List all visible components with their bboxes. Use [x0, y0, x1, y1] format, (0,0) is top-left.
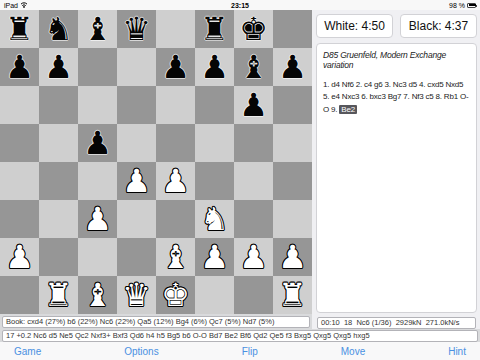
square-b8[interactable]: ♞: [39, 10, 78, 48]
black-pawn-piece: ♟: [161, 48, 190, 86]
black-rook-piece: ♜: [200, 10, 229, 48]
square-e3[interactable]: [156, 200, 195, 238]
square-c7[interactable]: [78, 48, 117, 86]
square-g5[interactable]: [234, 124, 273, 162]
white-knight-piece: ♞: [200, 200, 229, 238]
square-d5[interactable]: [117, 124, 156, 162]
square-g2[interactable]: ♟: [234, 238, 273, 276]
white-pawn-piece: ♟: [200, 238, 229, 276]
square-f3[interactable]: ♞: [195, 200, 234, 238]
square-e6[interactable]: [156, 86, 195, 124]
square-e8[interactable]: [156, 10, 195, 48]
white-pawn-piece: ♟: [5, 238, 34, 276]
square-c6[interactable]: [78, 86, 117, 124]
black-pawn-piece: ♟: [200, 48, 229, 86]
square-f7[interactable]: ♟: [195, 48, 234, 86]
white-rook-piece: ♜: [278, 276, 307, 314]
square-e7[interactable]: ♟: [156, 48, 195, 86]
square-d4[interactable]: ♟: [117, 162, 156, 200]
square-h7[interactable]: ♟: [273, 48, 312, 86]
square-a8[interactable]: ♜: [0, 10, 39, 48]
square-c5[interactable]: ♟: [78, 124, 117, 162]
toolbar-item-options[interactable]: Options: [124, 346, 158, 357]
toolbar-item-hint[interactable]: Hint: [448, 346, 466, 357]
square-b5[interactable]: [39, 124, 78, 162]
square-a2[interactable]: ♟: [0, 238, 39, 276]
square-e5[interactable]: [156, 124, 195, 162]
current-move-highlight[interactable]: Be2: [339, 105, 357, 114]
square-h1[interactable]: ♜: [273, 276, 312, 314]
square-h4[interactable]: [273, 162, 312, 200]
toolbar-item-game[interactable]: Game: [14, 346, 41, 357]
square-b1[interactable]: ♜: [39, 276, 78, 314]
black-pawn-piece: ♟: [83, 124, 112, 162]
black-bishop-piece: ♝: [83, 10, 112, 48]
toolbar-item-move[interactable]: Move: [341, 346, 365, 357]
square-a5[interactable]: [0, 124, 39, 162]
square-c4[interactable]: [78, 162, 117, 200]
white-pawn-piece: ♟: [278, 238, 307, 276]
status-bar: iPad 23:15 98 %: [0, 0, 480, 10]
square-b7[interactable]: ♟: [39, 48, 78, 86]
square-g4[interactable]: [234, 162, 273, 200]
square-d7[interactable]: [117, 48, 156, 86]
white-queen-piece: ♛: [122, 276, 151, 314]
square-d1[interactable]: ♛: [117, 276, 156, 314]
square-d6[interactable]: [117, 86, 156, 124]
square-h5[interactable]: [273, 124, 312, 162]
black-knight-piece: ♞: [44, 10, 73, 48]
white-bishop-piece: ♝: [161, 238, 190, 276]
square-c3[interactable]: ♟: [78, 200, 117, 238]
engine-stats: 00:10 18 Nc6 (1/36) 2929kN 271.0kN/s: [317, 317, 476, 329]
square-b2[interactable]: [39, 238, 78, 276]
square-b6[interactable]: [39, 86, 78, 124]
square-f2[interactable]: ♟: [195, 238, 234, 276]
square-g1[interactable]: [234, 276, 273, 314]
bottom-toolbar: GameOptionsFlipMoveHint: [0, 342, 480, 360]
black-queen-piece: ♛: [122, 10, 151, 48]
square-e2[interactable]: ♝: [156, 238, 195, 276]
chess-board[interactable]: ♜♞♝♛♜♚♟♟♟♟♝♟♟♟♟♟♟♞♟♝♟♟♟♜♝♛♚♜: [0, 10, 312, 314]
black-pawn-piece: ♟: [44, 48, 73, 86]
square-d3[interactable]: [117, 200, 156, 238]
square-f8[interactable]: ♜: [195, 10, 234, 48]
white-pawn-piece: ♟: [83, 200, 112, 238]
white-pawn-piece: ♟: [239, 238, 268, 276]
square-c2[interactable]: [78, 238, 117, 276]
white-pawn-piece: ♟: [161, 162, 190, 200]
side-panel: White: 4:50 Black: 4:37 D85 Gruenfeld, M…: [312, 10, 480, 329]
square-f4[interactable]: [195, 162, 234, 200]
square-a7[interactable]: ♟: [0, 48, 39, 86]
white-rook-piece: ♜: [44, 276, 73, 314]
move-list: 1. d4 Nf6 2. c4 g6 3. Nc3 d5 4. cxd5 Nxd…: [323, 79, 470, 116]
square-e1[interactable]: ♚: [156, 276, 195, 314]
book-moves-line: Book: cxd4 (27%) b6 (22%) Nc6 (22%) Qa5 …: [2, 316, 310, 328]
black-bishop-piece: ♝: [239, 48, 268, 86]
square-c1[interactable]: ♝: [78, 276, 117, 314]
square-g7[interactable]: ♝: [234, 48, 273, 86]
black-clock-button[interactable]: Black: 4:37: [400, 14, 477, 38]
square-h2[interactable]: ♟: [273, 238, 312, 276]
white-king-piece: ♚: [161, 276, 190, 314]
clock-time: 23:15: [0, 2, 480, 9]
square-h6[interactable]: [273, 86, 312, 124]
move-list-card: D85 Gruenfeld, Modern Exchange variation…: [316, 43, 477, 313]
square-a3[interactable]: [0, 200, 39, 238]
opening-name: D85 Gruenfeld, Modern Exchange variation: [323, 50, 470, 70]
black-pawn-piece: ♟: [5, 48, 34, 86]
black-pawn-piece: ♟: [239, 86, 268, 124]
square-a6[interactable]: [0, 86, 39, 124]
battery-icon: [467, 3, 476, 8]
square-g6[interactable]: ♟: [234, 86, 273, 124]
square-g8[interactable]: ♚: [234, 10, 273, 48]
square-a1[interactable]: [0, 276, 39, 314]
white-pawn-piece: ♟: [122, 162, 151, 200]
square-f6[interactable]: [195, 86, 234, 124]
black-pawn-piece: ♟: [278, 48, 307, 86]
square-h3[interactable]: [273, 200, 312, 238]
square-b3[interactable]: [39, 200, 78, 238]
square-d2[interactable]: [117, 238, 156, 276]
square-f1[interactable]: [195, 276, 234, 314]
square-b4[interactable]: [39, 162, 78, 200]
white-bishop-piece: ♝: [83, 276, 112, 314]
square-a4[interactable]: [0, 162, 39, 200]
engine-analysis-line: 17 +0.2 Nc6 d5 Ne5 Qc2 Nxf3+ Bxf3 Qd6 h4…: [2, 330, 478, 342]
black-king-piece: ♚: [239, 10, 268, 48]
square-f5[interactable]: [195, 124, 234, 162]
square-g3[interactable]: [234, 200, 273, 238]
square-c8[interactable]: ♝: [78, 10, 117, 48]
square-d8[interactable]: ♛: [117, 10, 156, 48]
square-h8[interactable]: [273, 10, 312, 48]
black-rook-piece: ♜: [5, 10, 34, 48]
toolbar-item-flip[interactable]: Flip: [242, 346, 258, 357]
white-clock-button[interactable]: White: 4:50: [316, 14, 393, 38]
square-e4[interactable]: ♟: [156, 162, 195, 200]
